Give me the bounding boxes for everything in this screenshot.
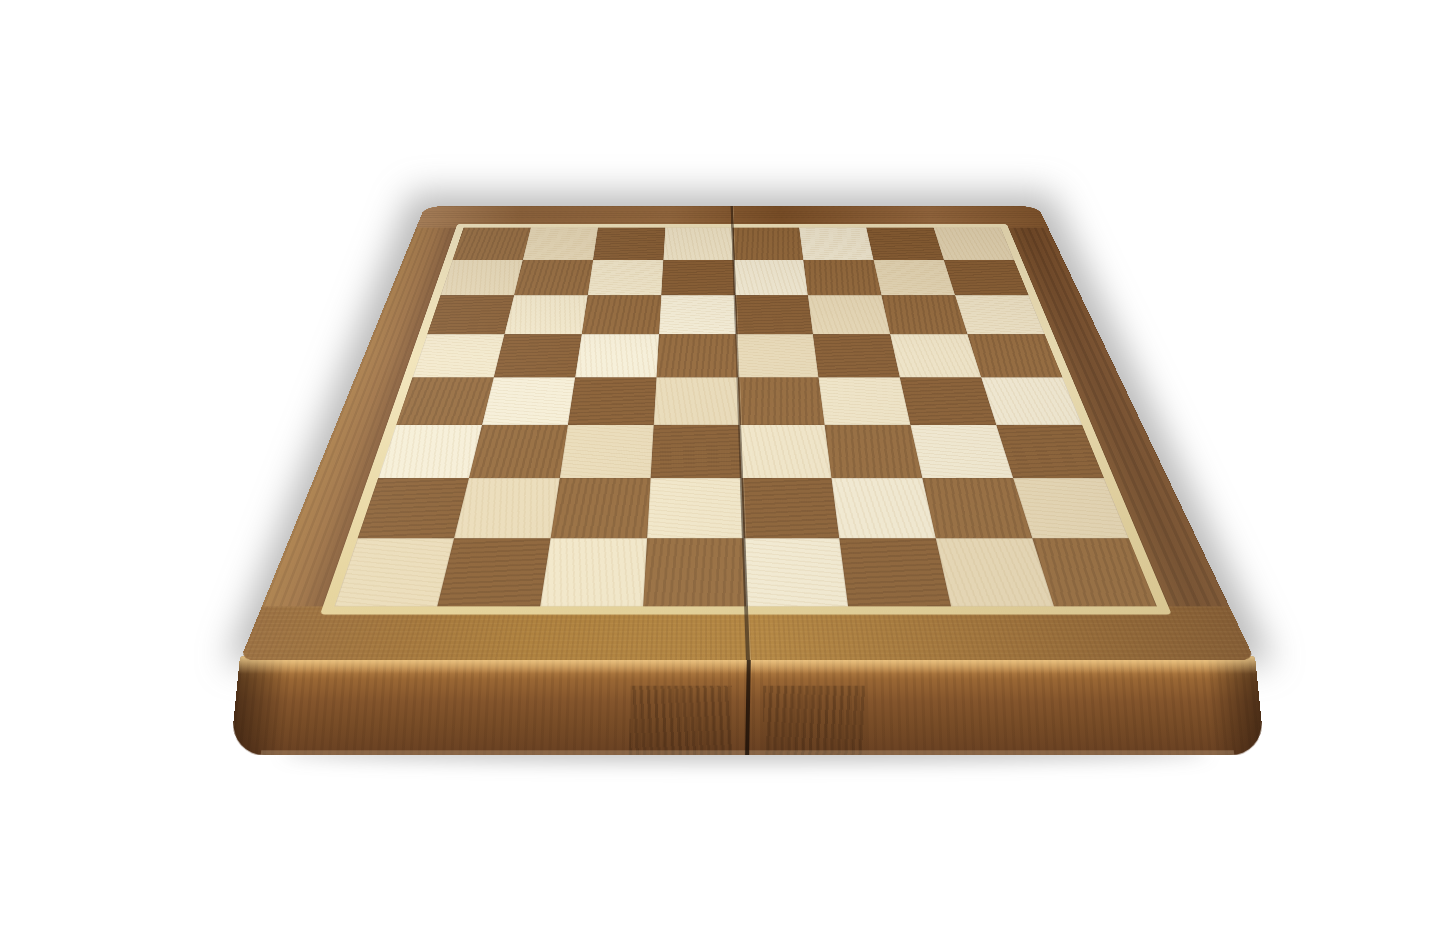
square-r6c1 bbox=[454, 478, 560, 538]
square-r3c5 bbox=[813, 334, 900, 377]
product-photo-stage bbox=[0, 0, 1445, 929]
square-r6c3 bbox=[647, 478, 743, 538]
square-r1c2 bbox=[588, 260, 664, 295]
square-r2c2 bbox=[582, 295, 661, 334]
square-r0c5 bbox=[799, 228, 873, 260]
square-r7c2 bbox=[540, 538, 647, 606]
square-r4c4 bbox=[737, 377, 824, 425]
square-r5c5 bbox=[825, 425, 923, 478]
square-r7c4 bbox=[743, 538, 848, 606]
square-r6c2 bbox=[550, 478, 650, 538]
square-r2c6 bbox=[882, 295, 968, 334]
square-r2c3 bbox=[659, 295, 736, 334]
square-r5c0 bbox=[378, 425, 482, 478]
square-r6c4 bbox=[741, 478, 840, 538]
square-r2c5 bbox=[808, 295, 890, 334]
square-r5c4 bbox=[739, 425, 832, 478]
square-r7c3 bbox=[643, 538, 746, 606]
square-r2c1 bbox=[504, 295, 587, 334]
square-r0c0 bbox=[453, 228, 531, 260]
square-r1c7 bbox=[944, 260, 1029, 295]
square-r3c6 bbox=[890, 334, 981, 377]
chessboard-top bbox=[240, 206, 1255, 660]
square-r3c2 bbox=[575, 334, 659, 377]
square-r1c6 bbox=[874, 260, 955, 295]
square-r5c3 bbox=[650, 425, 741, 478]
square-r2c7 bbox=[955, 295, 1045, 334]
square-r4c5 bbox=[819, 377, 911, 425]
square-r5c2 bbox=[560, 425, 654, 478]
square-r2c4 bbox=[735, 295, 814, 334]
square-r4c3 bbox=[653, 377, 739, 425]
square-r4c0 bbox=[396, 377, 494, 425]
square-r0c6 bbox=[866, 228, 943, 260]
square-r0c4 bbox=[732, 228, 803, 260]
square-r4c6 bbox=[900, 377, 996, 425]
square-r4c2 bbox=[568, 377, 657, 425]
square-r0c2 bbox=[593, 228, 665, 260]
square-r0c3 bbox=[663, 228, 733, 260]
square-r3c0 bbox=[412, 334, 504, 377]
square-r2c0 bbox=[427, 295, 514, 334]
square-r3c1 bbox=[494, 334, 582, 377]
square-r3c4 bbox=[736, 334, 819, 377]
front-face-dark-patch-left bbox=[628, 685, 732, 755]
square-r1c4 bbox=[733, 260, 808, 295]
square-r1c5 bbox=[804, 260, 882, 295]
square-r1c0 bbox=[440, 260, 522, 295]
square-r0c1 bbox=[523, 228, 598, 260]
square-r3c3 bbox=[656, 334, 737, 377]
square-r1c3 bbox=[661, 260, 735, 295]
chessboard-3d-wrapper bbox=[240, 0, 1255, 660]
square-r1c1 bbox=[514, 260, 593, 295]
square-r4c1 bbox=[482, 377, 575, 425]
square-r0c7 bbox=[934, 228, 1014, 260]
square-r7c1 bbox=[437, 538, 550, 606]
square-r5c1 bbox=[469, 425, 568, 478]
board-front-face bbox=[230, 656, 1265, 755]
square-r6c0 bbox=[357, 478, 468, 538]
front-face-dark-patch-right bbox=[763, 685, 867, 755]
square-r7c5 bbox=[840, 538, 952, 606]
square-r6c5 bbox=[832, 478, 936, 538]
